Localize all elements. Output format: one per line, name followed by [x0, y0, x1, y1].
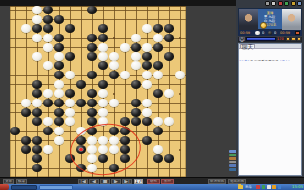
taskbar: 直播间 乐斗 15:05 [0, 184, 304, 190]
stone-black [87, 52, 97, 61]
tray-icon-3[interactable] [267, 185, 271, 189]
stone-white [142, 108, 152, 117]
move-slider-row: 0 170 [238, 37, 302, 42]
timer-icon [260, 22, 267, 29]
stone-white [98, 108, 108, 117]
stone-white [109, 52, 119, 61]
chat-prefix[interactable]: [公告] [240, 59, 250, 61]
stone-white [54, 136, 64, 145]
hoshi-point [179, 149, 181, 151]
tray-label: 乐斗 [245, 185, 250, 190]
slider-forward-button[interactable] [291, 37, 295, 41]
stone-white [43, 145, 53, 154]
slider-end-button[interactable] [297, 37, 301, 41]
chat-link[interactable]: (进入) [280, 59, 290, 61]
stone-black [153, 43, 163, 52]
settings-icon[interactable] [265, 1, 270, 6]
stone-white [65, 117, 75, 126]
chat-panel: 聊天 [公告] 欢迎观看本局直播 (进入) [238, 43, 302, 176]
player-panel: 直播 黑 九段 白 九段 第170手 [238, 8, 302, 30]
stone-black [164, 24, 174, 33]
black-stone-icon [268, 31, 273, 36]
stone-black [54, 117, 64, 126]
move-start-box: 0 [239, 37, 245, 41]
hoshi-point [113, 93, 115, 95]
stone-white [153, 145, 163, 154]
star-icon[interactable] [291, 1, 296, 6]
stone-black [98, 24, 108, 33]
stone-black [21, 108, 31, 117]
time-capture-row: 00:59 0 0 00:59 [238, 30, 302, 36]
analyze-icon[interactable] [284, 1, 289, 6]
system-tray: 乐斗 15:05 [238, 185, 303, 190]
app-window: [转播] 弈城围棋 - 直播对局 (第170手) - [观战模式] 直播 黑 九… [0, 0, 304, 190]
stone-white [98, 43, 108, 52]
stone-black [54, 43, 64, 52]
stone-black [131, 117, 141, 126]
stone-white [120, 43, 130, 52]
stone-black [142, 136, 152, 145]
taskbar-item-2[interactable]: 直播间 [39, 185, 73, 190]
black-player-avatar[interactable] [239, 9, 258, 30]
taskbar-item-1[interactable] [11, 185, 37, 190]
bottom-button-bar: 菜单 棋谱 |◀ ◀ ■ ▶ ▶| 170 研究 形势 申请旁观 退出房间 [0, 177, 304, 184]
stone-white [142, 43, 152, 52]
chat-tab-strip: 聊天 [239, 44, 301, 49]
pass-button[interactable] [295, 31, 300, 35]
stone-white [142, 80, 152, 89]
hoshi-point [113, 37, 115, 39]
chat-tab[interactable]: 聊天 [240, 44, 255, 49]
stone-black [21, 136, 31, 145]
stone-white [43, 117, 53, 126]
stone-white [153, 117, 163, 126]
black-capture-count: 0 [274, 31, 276, 35]
stone-black [87, 108, 97, 117]
stone-white [32, 15, 42, 24]
move-slider[interactable] [246, 37, 276, 41]
white-capture-count: 0 [262, 31, 264, 35]
hoshi-point [179, 93, 181, 95]
stone-black [131, 43, 141, 52]
white-player-avatar[interactable] [282, 9, 301, 30]
stone-black [54, 15, 64, 24]
stone-white [32, 52, 42, 61]
stone-white [164, 117, 174, 126]
sidebar: 直播 黑 九段 白 九段 第170手 00:59 0 0 00:59 0 170 [236, 0, 304, 178]
stone-black [98, 80, 108, 89]
stone-black [32, 145, 42, 154]
record-icon[interactable] [278, 1, 283, 6]
stone-black [65, 52, 75, 61]
stone-black [54, 108, 64, 117]
stone-black [32, 24, 42, 33]
stone-white [65, 108, 75, 117]
tray-icon-2[interactable] [262, 185, 266, 189]
close-icon[interactable] [297, 1, 302, 6]
stone-black [153, 24, 163, 33]
white-stone-icon [255, 31, 260, 36]
info-line-1: 直播 [267, 12, 274, 14]
stone-black [43, 15, 53, 24]
sound-icon[interactable] [271, 1, 276, 6]
chat-message: [公告] 欢迎观看本局直播 (进入) [239, 58, 301, 61]
stone-black [21, 145, 31, 154]
stone-black [32, 80, 42, 89]
stone-black [164, 52, 174, 61]
sidebar-toolbar [265, 1, 303, 6]
clock: 15:05 [292, 185, 303, 189]
stone-white [54, 52, 64, 61]
stone-black [32, 108, 42, 117]
stone-black [131, 80, 141, 89]
go-board[interactable] [10, 6, 186, 177]
stone-black [65, 24, 75, 33]
tray-icon-1[interactable] [256, 185, 260, 189]
tray-icon-5[interactable] [278, 185, 282, 189]
stone-black [142, 52, 152, 61]
stone-white [54, 80, 64, 89]
chat-text: 欢迎观看本局直播 [251, 59, 279, 61]
stone-white [43, 43, 53, 52]
stone-white [131, 52, 141, 61]
stone-white [142, 24, 152, 33]
info-line-2: 黑 九段 [264, 16, 275, 18]
stone-white [98, 52, 108, 61]
move-number: 170 [277, 37, 281, 41]
stone-white [21, 24, 31, 33]
stone-black [87, 43, 97, 52]
stone-black [142, 117, 152, 126]
stone-black [131, 108, 141, 117]
stone-black [32, 117, 42, 126]
stone-black [43, 24, 53, 33]
stone-black [32, 136, 42, 145]
stone-black [76, 80, 86, 89]
hoshi-point [179, 37, 181, 39]
tray-icon-4[interactable] [272, 185, 276, 189]
white-time: 00:59 [280, 31, 286, 35]
slider-back-button[interactable] [286, 37, 290, 41]
start-button[interactable] [0, 184, 9, 190]
black-time: 00:59 [240, 31, 246, 35]
folder-icon[interactable] [238, 185, 243, 189]
info-line-3: 白 九段 [264, 20, 275, 22]
